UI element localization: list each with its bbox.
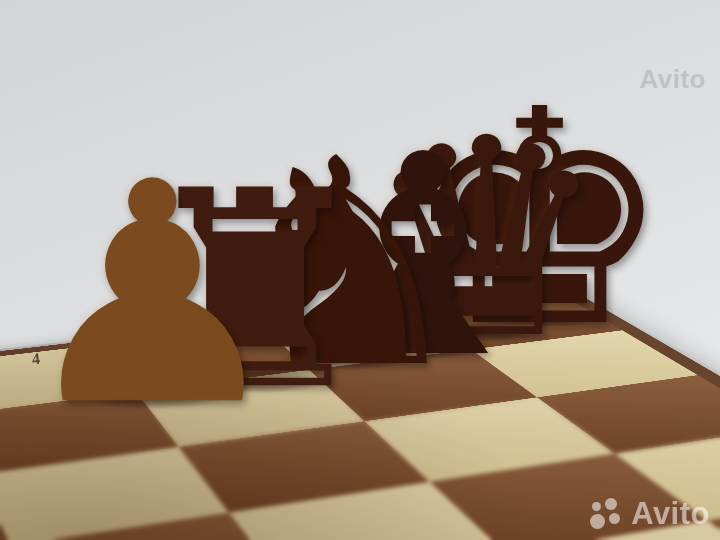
- avito-watermark-text: Avito: [631, 496, 710, 532]
- chess-product-photo: 4 ♚ ♛ ♝ ♞ ♜ ♟ Avito Avito: [0, 0, 720, 540]
- avito-logo-icon: [590, 498, 624, 530]
- avito-watermark-top: Avito: [639, 64, 706, 95]
- pawn-piece: ♟: [0, 142, 305, 447]
- avito-watermark-bottom: Avito: [590, 496, 710, 532]
